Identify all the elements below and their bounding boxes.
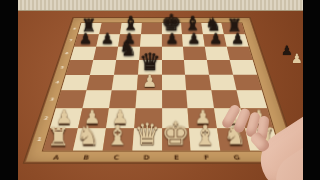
- white-king-e1[interactable]: ♚: [162, 117, 191, 149]
- square-c6[interactable]: ♞: [116, 47, 140, 60]
- video-frame: ♜♝♚♝♞♜♟♟♟♟♟♟♟♞♛♟♟♟♟♟♟♟♜♞♝♛♚♝♞♜ ABCDEFGH …: [0, 0, 320, 180]
- square-c1[interactable]: ♝: [102, 128, 133, 150]
- black-pawn-a7[interactable]: ♟: [79, 31, 92, 46]
- black-pawn-e7[interactable]: ♟: [166, 31, 179, 46]
- letterbox-bar-left: [0, 0, 18, 180]
- square-e7[interactable]: ♟: [162, 34, 184, 46]
- file-label-a: A: [40, 151, 73, 163]
- black-knight-c6[interactable]: ♞: [118, 39, 136, 59]
- black-pawn-g7[interactable]: ♟: [209, 31, 222, 46]
- file-label-e: E: [162, 151, 192, 163]
- square-g4[interactable]: [209, 75, 236, 91]
- square-b6[interactable]: [93, 47, 118, 60]
- square-h4[interactable]: [233, 75, 262, 91]
- file-label-g: G: [221, 151, 253, 163]
- white-pawn-d4[interactable]: ♟: [141, 73, 156, 90]
- square-e4[interactable]: [162, 75, 187, 91]
- square-a4[interactable]: [61, 75, 90, 91]
- square-g5[interactable]: [207, 60, 233, 75]
- white-bishop-f1[interactable]: ♝: [194, 122, 218, 149]
- white-knight-b1[interactable]: ♞: [76, 124, 99, 150]
- square-b5[interactable]: [90, 60, 116, 75]
- black-pawn-f7[interactable]: ♟: [188, 31, 201, 46]
- square-e3[interactable]: [162, 91, 188, 109]
- black-pawn-h7[interactable]: ♟: [231, 31, 244, 46]
- square-d1[interactable]: ♛: [132, 128, 162, 150]
- black-pawn-b7[interactable]: ♟: [101, 31, 114, 46]
- white-rook-a1[interactable]: ♜: [47, 125, 69, 150]
- square-e5[interactable]: [162, 60, 186, 75]
- square-f6[interactable]: [183, 47, 207, 60]
- square-a5[interactable]: [66, 60, 93, 75]
- square-d8[interactable]: [141, 23, 162, 34]
- white-queen-d1[interactable]: ♛: [133, 120, 160, 150]
- file-label-c: C: [101, 151, 132, 163]
- square-a6[interactable]: [70, 47, 96, 60]
- square-a7[interactable]: ♟: [74, 34, 99, 46]
- square-d3[interactable]: [135, 91, 161, 109]
- square-c5[interactable]: [114, 60, 139, 75]
- square-f7[interactable]: ♟: [182, 34, 205, 46]
- letterbox-bar-right: [303, 0, 320, 180]
- file-label-f: F: [191, 151, 222, 163]
- square-b1[interactable]: ♞: [73, 128, 106, 150]
- white-bishop-c1[interactable]: ♝: [105, 122, 129, 149]
- table-surface: ♜♝♚♝♞♜♟♟♟♟♟♟♟♞♛♟♟♟♟♟♟♟♜♞♝♛♚♝♞♜ ABCDEFGH …: [18, 0, 303, 180]
- square-f5[interactable]: [184, 60, 209, 75]
- file-labels: ABCDEFGH: [40, 151, 284, 163]
- square-h6[interactable]: [227, 47, 253, 60]
- square-b4[interactable]: [86, 75, 113, 91]
- square-e6[interactable]: [162, 47, 185, 60]
- board-squares: ♜♝♚♝♞♜♟♟♟♟♟♟♟♞♛♟♟♟♟♟♟♟♜♞♝♛♚♝♞♜: [43, 23, 280, 150]
- square-g6[interactable]: [205, 47, 230, 60]
- square-h5[interactable]: [230, 60, 257, 75]
- square-d7[interactable]: [140, 34, 162, 46]
- square-h7[interactable]: ♟: [224, 34, 249, 46]
- square-c4[interactable]: [111, 75, 137, 91]
- file-label-d: D: [131, 151, 161, 163]
- file-label-b: B: [70, 151, 102, 163]
- captured-white-pawn: ♟: [291, 52, 303, 65]
- square-d4[interactable]: ♟: [136, 75, 161, 91]
- square-g7[interactable]: ♟: [203, 34, 227, 46]
- square-f4[interactable]: [185, 75, 211, 91]
- square-f1[interactable]: ♝: [189, 128, 220, 150]
- square-e1[interactable]: ♚: [162, 128, 192, 150]
- square-b7[interactable]: ♟: [96, 34, 120, 46]
